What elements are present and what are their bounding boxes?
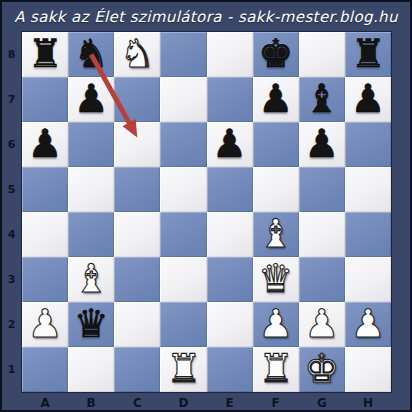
white-queen-icon: ♛ — [258, 259, 293, 298]
white-king-icon: ♚ — [304, 349, 339, 388]
square-h6[interactable] — [345, 122, 391, 167]
white-pawn-icon: ♟ — [28, 304, 63, 343]
title-bar: A sakk az Élet szimulátora - sakk-mester… — [2, 2, 410, 31]
file-label-g: G — [299, 393, 345, 412]
square-c1[interactable] — [114, 347, 160, 392]
black-knight-icon: ♞ — [74, 34, 109, 73]
square-a4[interactable] — [22, 212, 68, 257]
black-rook-icon: ♜ — [28, 34, 63, 73]
square-e8[interactable] — [207, 32, 253, 77]
square-f5[interactable] — [253, 167, 299, 212]
square-e5[interactable] — [207, 167, 253, 212]
square-b7[interactable]: ♟ — [68, 77, 114, 122]
square-d3[interactable] — [160, 257, 206, 302]
rank-label-4: 4 — [2, 212, 21, 257]
square-b1[interactable] — [68, 347, 114, 392]
square-h1[interactable] — [345, 347, 391, 392]
rank-label-5: 5 — [2, 167, 21, 212]
square-c7[interactable] — [114, 77, 160, 122]
square-g6[interactable]: ♟ — [299, 122, 345, 167]
square-c6[interactable] — [114, 122, 160, 167]
square-d5[interactable] — [160, 167, 206, 212]
square-g2[interactable]: ♟ — [299, 302, 345, 347]
square-e2[interactable] — [207, 302, 253, 347]
square-c2[interactable] — [114, 302, 160, 347]
square-a3[interactable] — [22, 257, 68, 302]
square-f4[interactable]: ♝ — [253, 212, 299, 257]
square-a6[interactable]: ♟ — [22, 122, 68, 167]
square-c5[interactable] — [114, 167, 160, 212]
square-f3[interactable]: ♛ — [253, 257, 299, 302]
square-e6[interactable]: ♟ — [207, 122, 253, 167]
square-d2[interactable] — [160, 302, 206, 347]
square-f6[interactable] — [253, 122, 299, 167]
square-c3[interactable] — [114, 257, 160, 302]
black-pawn-icon: ♟ — [304, 124, 339, 163]
square-d6[interactable] — [160, 122, 206, 167]
square-b4[interactable] — [68, 212, 114, 257]
black-king-icon: ♚ — [258, 34, 293, 73]
white-pawn-icon: ♟ — [350, 304, 385, 343]
rank-labels: 87654321 — [2, 32, 21, 392]
square-h3[interactable] — [345, 257, 391, 302]
square-g5[interactable] — [299, 167, 345, 212]
black-pawn-icon: ♟ — [74, 79, 109, 118]
square-c8[interactable]: ♞ — [114, 32, 160, 77]
square-d1[interactable]: ♜ — [160, 347, 206, 392]
square-b6[interactable] — [68, 122, 114, 167]
white-pawn-icon: ♟ — [258, 304, 293, 343]
square-h7[interactable]: ♟ — [345, 77, 391, 122]
square-b3[interactable]: ♝ — [68, 257, 114, 302]
square-h2[interactable]: ♟ — [345, 302, 391, 347]
square-e3[interactable] — [207, 257, 253, 302]
white-bishop-icon: ♝ — [74, 259, 109, 298]
square-c4[interactable] — [114, 212, 160, 257]
white-bishop-icon: ♝ — [258, 214, 293, 253]
file-label-a: A — [22, 393, 68, 412]
file-label-c: C — [114, 393, 160, 412]
square-f1[interactable]: ♜ — [253, 347, 299, 392]
rank-label-8: 8 — [2, 32, 21, 77]
square-f2[interactable]: ♟ — [253, 302, 299, 347]
square-g8[interactable] — [299, 32, 345, 77]
file-label-f: F — [253, 393, 299, 412]
white-rook-icon: ♜ — [166, 349, 201, 388]
square-g4[interactable] — [299, 212, 345, 257]
black-pawn-icon: ♟ — [28, 124, 63, 163]
rank-label-2: 2 — [2, 302, 21, 347]
square-h5[interactable] — [345, 167, 391, 212]
chess-diagram-frame: A sakk az Élet szimulátora - sakk-mester… — [0, 0, 412, 412]
rank-label-6: 6 — [2, 122, 21, 167]
square-b8[interactable]: ♞ — [68, 32, 114, 77]
file-label-b: B — [68, 393, 114, 412]
file-label-h: H — [345, 393, 391, 412]
black-pawn-icon: ♟ — [258, 79, 293, 118]
rank-label-3: 3 — [2, 257, 21, 302]
square-d7[interactable] — [160, 77, 206, 122]
square-e4[interactable] — [207, 212, 253, 257]
white-knight-icon: ♞ — [120, 34, 155, 73]
square-h8[interactable]: ♜ — [345, 32, 391, 77]
black-bishop-icon: ♝ — [304, 79, 339, 118]
square-b5[interactable] — [68, 167, 114, 212]
square-a5[interactable] — [22, 167, 68, 212]
square-f8[interactable]: ♚ — [253, 32, 299, 77]
square-a7[interactable] — [22, 77, 68, 122]
file-labels: ABCDEFGH — [22, 393, 391, 412]
rank-label-7: 7 — [2, 77, 21, 122]
rank-label-1: 1 — [2, 347, 21, 392]
square-d8[interactable] — [160, 32, 206, 77]
square-e7[interactable] — [207, 77, 253, 122]
black-queen-icon: ♛ — [74, 304, 109, 343]
square-f7[interactable]: ♟ — [253, 77, 299, 122]
page-title: A sakk az Élet szimulátora - sakk-mester… — [14, 8, 398, 26]
square-d4[interactable] — [160, 212, 206, 257]
square-g1[interactable]: ♚ — [299, 347, 345, 392]
white-pawn-icon: ♟ — [304, 304, 339, 343]
black-pawn-icon: ♟ — [212, 124, 247, 163]
square-g7[interactable]: ♝ — [299, 77, 345, 122]
square-e1[interactable] — [207, 347, 253, 392]
square-b2[interactable]: ♛ — [68, 302, 114, 347]
square-a8[interactable]: ♜ — [22, 32, 68, 77]
file-label-e: E — [207, 393, 253, 412]
file-label-d: D — [160, 393, 206, 412]
black-rook-icon: ♜ — [350, 34, 385, 73]
black-pawn-icon: ♟ — [350, 79, 385, 118]
square-h4[interactable] — [345, 212, 391, 257]
chess-board: ♜♞♞♚♜♟♟♝♟♟♟♟♝♝♛♟♛♟♟♟♜♜♚ — [21, 31, 392, 393]
square-a2[interactable]: ♟ — [22, 302, 68, 347]
white-rook-icon: ♜ — [258, 349, 293, 388]
square-a1[interactable] — [22, 347, 68, 392]
square-g3[interactable] — [299, 257, 345, 302]
